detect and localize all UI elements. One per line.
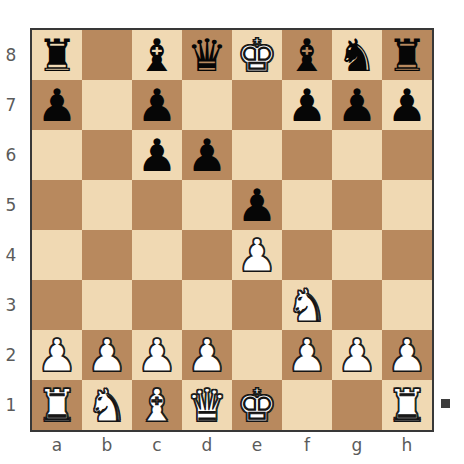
square-a7[interactable]: ♟ [32,80,82,130]
square-h8[interactable]: ♜ [382,30,432,80]
piece-white-pawn[interactable]: ♟ [332,330,382,380]
piece-black-bishop[interactable]: ♝ [132,30,182,80]
square-a2[interactable]: ♟ [32,330,82,380]
piece-black-pawn[interactable]: ♟ [282,80,332,130]
square-e3[interactable] [232,280,282,330]
square-f1[interactable] [282,380,332,430]
piece-white-pawn[interactable]: ♟ [282,330,332,380]
square-f7[interactable]: ♟ [282,80,332,130]
square-a5[interactable] [32,180,82,230]
square-g6[interactable] [332,130,382,180]
square-h2[interactable]: ♟ [382,330,432,380]
square-g1[interactable] [332,380,382,430]
piece-white-king[interactable]: ♚ [232,380,282,430]
square-h1[interactable]: ♜ [382,380,432,430]
piece-black-queen[interactable]: ♛ [182,30,232,80]
square-c5[interactable] [132,180,182,230]
square-a6[interactable] [32,130,82,180]
square-c8[interactable]: ♝ [132,30,182,80]
file-label-b: b [82,433,132,457]
piece-black-bishop[interactable]: ♝ [282,30,332,80]
rank-label-5: 5 [0,180,22,230]
rank-label-4: 4 [0,230,22,280]
square-b2[interactable]: ♟ [82,330,132,380]
square-e7[interactable] [232,80,282,130]
square-d3[interactable] [182,280,232,330]
piece-black-pawn[interactable]: ♟ [232,180,282,230]
piece-white-knight[interactable]: ♞ [82,380,132,430]
square-b5[interactable] [82,180,132,230]
square-e5[interactable]: ♟ [232,180,282,230]
piece-white-pawn[interactable]: ♟ [82,330,132,380]
square-a3[interactable] [32,280,82,330]
square-d4[interactable] [182,230,232,280]
square-e1[interactable]: ♚ [232,380,282,430]
piece-black-rook[interactable]: ♜ [32,30,82,80]
file-label-g: g [332,433,382,457]
piece-black-pawn[interactable]: ♟ [382,80,432,130]
square-b7[interactable] [82,80,132,130]
square-h6[interactable] [382,130,432,180]
square-d5[interactable] [182,180,232,230]
rank-label-7: 7 [0,80,22,130]
square-a1[interactable]: ♜ [32,380,82,430]
square-c6[interactable]: ♟ [132,130,182,180]
file-label-e: e [232,433,282,457]
piece-white-bishop[interactable]: ♝ [132,380,182,430]
rank-label-2: 2 [0,330,22,380]
square-d7[interactable] [182,80,232,130]
square-c7[interactable]: ♟ [132,80,182,130]
square-b3[interactable] [82,280,132,330]
piece-black-pawn[interactable]: ♟ [132,130,182,180]
piece-black-pawn[interactable]: ♟ [332,80,382,130]
square-e4[interactable]: ♟ [232,230,282,280]
square-f8[interactable]: ♝ [282,30,332,80]
piece-white-rook[interactable]: ♜ [382,380,432,430]
square-c3[interactable] [132,280,182,330]
rank-label-3: 3 [0,280,22,330]
piece-black-pawn[interactable]: ♟ [132,80,182,130]
square-e8[interactable]: ♚ [232,30,282,80]
square-d2[interactable]: ♟ [182,330,232,380]
square-f6[interactable] [282,130,332,180]
chess-board: ♜♝♛♚♝♞♜♟♟♟♟♟♟♟♟♟♞♟♟♟♟♟♟♟♜♞♝♛♚♜ [30,28,434,432]
rank-label-1: 1 [0,380,22,430]
square-g8[interactable]: ♞ [332,30,382,80]
square-c2[interactable]: ♟ [132,330,182,380]
side-to-move-indicator [441,399,450,408]
piece-black-pawn[interactable]: ♟ [32,80,82,130]
square-h4[interactable] [382,230,432,280]
piece-black-rook[interactable]: ♜ [382,30,432,80]
file-label-d: d [182,433,232,457]
square-f5[interactable] [282,180,332,230]
square-d6[interactable]: ♟ [182,130,232,180]
square-h3[interactable] [382,280,432,330]
square-f4[interactable] [282,230,332,280]
square-g3[interactable] [332,280,382,330]
piece-white-queen[interactable]: ♛ [182,380,232,430]
square-d8[interactable]: ♛ [182,30,232,80]
square-a8[interactable]: ♜ [32,30,82,80]
rank-label-6: 6 [0,130,22,180]
square-e6[interactable] [232,130,282,180]
square-f2[interactable]: ♟ [282,330,332,380]
rank-label-8: 8 [0,30,22,80]
square-g7[interactable]: ♟ [332,80,382,130]
piece-white-king[interactable]: ♚ [232,30,282,80]
piece-white-pawn[interactable]: ♟ [232,230,282,280]
piece-white-rook[interactable]: ♜ [32,380,82,430]
piece-white-pawn[interactable]: ♟ [32,330,82,380]
square-h5[interactable] [382,180,432,230]
piece-black-knight[interactable]: ♞ [332,30,382,80]
piece-black-pawn[interactable]: ♟ [182,130,232,180]
square-g2[interactable]: ♟ [332,330,382,380]
square-c1[interactable]: ♝ [132,380,182,430]
square-c4[interactable] [132,230,182,280]
file-label-h: h [382,433,432,457]
square-b6[interactable] [82,130,132,180]
piece-white-pawn[interactable]: ♟ [182,330,232,380]
square-e2[interactable] [232,330,282,380]
square-b1[interactable]: ♞ [82,380,132,430]
file-label-f: f [282,433,332,457]
square-b4[interactable] [82,230,132,280]
square-a4[interactable] [32,230,82,280]
square-b8[interactable] [82,30,132,80]
file-label-c: c [132,433,182,457]
square-h7[interactable]: ♟ [382,80,432,130]
square-g4[interactable] [332,230,382,280]
square-g5[interactable] [332,180,382,230]
square-f3[interactable]: ♞ [282,280,332,330]
chess-game-screenshot: ♜♝♛♚♝♞♜♟♟♟♟♟♟♟♟♟♞♟♟♟♟♟♟♟♜♞♝♛♚♜ 87654321 … [0,0,464,464]
piece-white-knight[interactable]: ♞ [282,280,332,330]
square-d1[interactable]: ♛ [182,380,232,430]
piece-white-pawn[interactable]: ♟ [132,330,182,380]
piece-white-pawn[interactable]: ♟ [382,330,432,380]
file-label-a: a [32,433,82,457]
